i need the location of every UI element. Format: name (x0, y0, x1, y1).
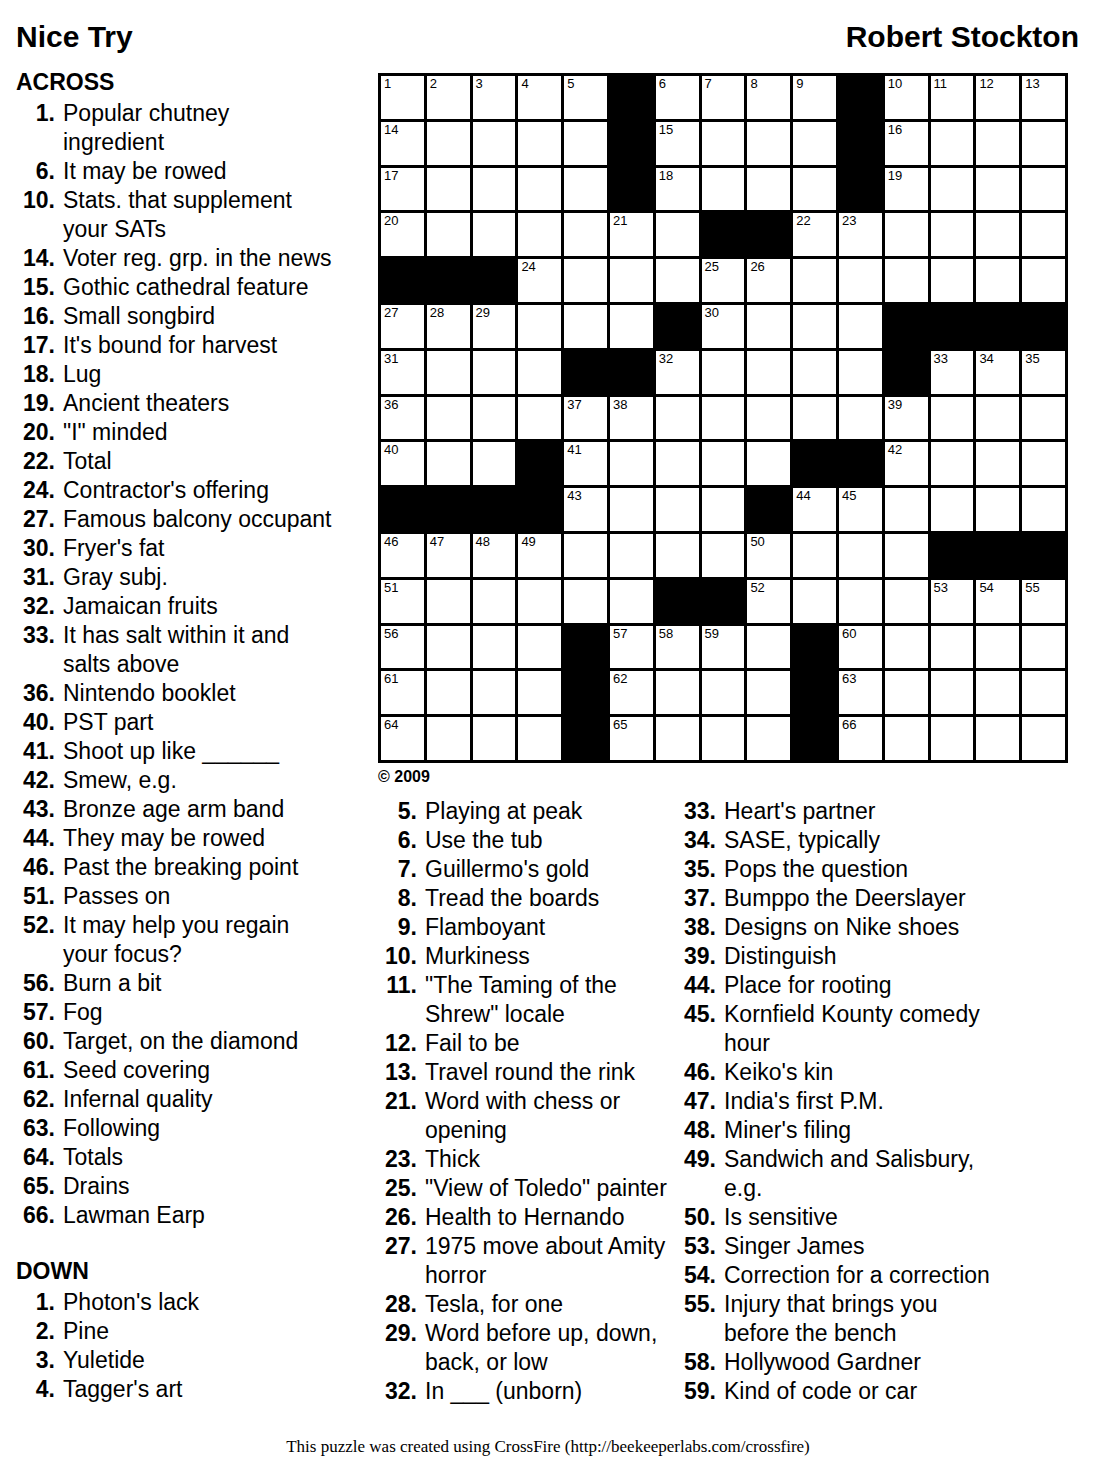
black-cell-r10c4 (518, 488, 561, 531)
down-clue-26: 26.Health to Hernando (378, 1203, 677, 1232)
cell-r15c11[interactable]: 66 (839, 717, 882, 760)
puzzle-author: Robert Stockton (846, 22, 1079, 52)
cell-r8c14[interactable] (976, 397, 1019, 440)
down-clue-59: 59.Kind of code or car (677, 1377, 999, 1406)
cell-number: 7 (705, 77, 712, 91)
cell-r6c4[interactable] (518, 305, 561, 348)
black-cell-r2c11 (839, 122, 882, 165)
across-clue-44: 44.They may be rowed (16, 824, 335, 853)
cell-r4c14[interactable] (976, 213, 1019, 256)
across-clue-10: 10.Stats. that supplement your SATs (16, 186, 335, 244)
clue-text: Bronze age arm band (63, 795, 335, 824)
cell-r7c15[interactable]: 35 (1022, 351, 1065, 394)
down-clue-39: 39.Distinguish (677, 942, 999, 971)
cell-r5c15[interactable] (1022, 259, 1065, 302)
clue-number: 28. (378, 1290, 425, 1319)
cell-r14c6[interactable]: 62 (610, 671, 653, 714)
cell-r11c11[interactable] (839, 534, 882, 577)
cell-r3c14[interactable] (976, 168, 1019, 211)
black-cell-r15c5 (564, 717, 607, 760)
cell-r11c8[interactable] (702, 534, 745, 577)
clue-number: 3. (16, 1346, 63, 1375)
cell-r9c9[interactable] (747, 442, 790, 485)
cell-number: 37 (567, 398, 581, 412)
cell-r14c15[interactable] (1022, 671, 1065, 714)
cell-number: 32 (659, 352, 673, 366)
cell-number: 20 (384, 214, 398, 228)
cell-r3c7[interactable]: 18 (656, 168, 699, 211)
clue-text: Gray subj. (63, 563, 335, 592)
cell-r9c3[interactable] (473, 442, 516, 485)
cell-r14c2[interactable] (427, 671, 470, 714)
clue-text: Word before up, down, back, or low (425, 1319, 677, 1377)
cell-r15c3[interactable] (473, 717, 516, 760)
cell-r10c7[interactable] (656, 488, 699, 531)
cell-r14c11[interactable]: 63 (839, 671, 882, 714)
cell-r6c10[interactable] (793, 305, 836, 348)
clue-number: 46. (677, 1058, 724, 1087)
cell-r3c2[interactable] (427, 168, 470, 211)
cell-r11c10[interactable] (793, 534, 836, 577)
down-clue-6: 6.Use the tub (378, 826, 677, 855)
cell-r6c5[interactable] (564, 305, 607, 348)
clue-number: 27. (16, 505, 63, 534)
clue-number: 53. (677, 1232, 724, 1261)
clue-text: Gothic cathedral feature (63, 273, 335, 302)
cell-r13c7[interactable]: 58 (656, 626, 699, 669)
cell-r12c5[interactable] (564, 580, 607, 623)
cell-r8c8[interactable] (702, 397, 745, 440)
cell-r14c1[interactable]: 61 (381, 671, 424, 714)
cell-r5c14[interactable] (976, 259, 1019, 302)
cell-r11c4[interactable]: 49 (518, 534, 561, 577)
cell-r10c8[interactable] (702, 488, 745, 531)
cell-r13c15[interactable] (1022, 626, 1065, 669)
cell-r7c9[interactable] (747, 351, 790, 394)
cell-r1c1[interactable]: 1 (381, 76, 424, 119)
clue-number: 10. (16, 186, 63, 215)
cell-r15c9[interactable] (747, 717, 790, 760)
cell-r1c12[interactable]: 10 (885, 76, 928, 119)
black-cell-r11c15 (1022, 534, 1065, 577)
cell-r10c14[interactable] (976, 488, 1019, 531)
cell-r7c13[interactable]: 33 (931, 351, 974, 394)
clue-number: 31. (16, 563, 63, 592)
cell-r10c5[interactable]: 43 (564, 488, 607, 531)
cell-r3c13[interactable] (931, 168, 974, 211)
cell-r11c12[interactable] (885, 534, 928, 577)
cell-r11c3[interactable]: 48 (473, 534, 516, 577)
cell-r15c4[interactable] (518, 717, 561, 760)
cell-r12c12[interactable] (885, 580, 928, 623)
cell-r13c11[interactable]: 60 (839, 626, 882, 669)
cell-r6c11[interactable] (839, 305, 882, 348)
cell-r9c15[interactable] (1022, 442, 1065, 485)
cell-r15c1[interactable]: 64 (381, 717, 424, 760)
cell-r15c13[interactable] (931, 717, 974, 760)
cell-r5c5[interactable] (564, 259, 607, 302)
clue-text: Designs on Nike shoes (724, 913, 999, 942)
clue-number: 51. (16, 882, 63, 911)
clue-text: PST part (63, 708, 335, 737)
down-clue-44: 44.Place for rooting (677, 971, 999, 1000)
cell-r8c13[interactable] (931, 397, 974, 440)
cell-r8c9[interactable] (747, 397, 790, 440)
cell-r4c13[interactable] (931, 213, 974, 256)
cell-r1c13[interactable]: 11 (931, 76, 974, 119)
cell-r2c15[interactable] (1022, 122, 1065, 165)
clue-text: It's bound for harvest (63, 331, 335, 360)
cell-r7c1[interactable]: 31 (381, 351, 424, 394)
cell-r15c12[interactable] (885, 717, 928, 760)
across-clue-46: 46.Past the breaking point (16, 853, 335, 882)
cell-r9c14[interactable] (976, 442, 1019, 485)
cell-r11c6[interactable] (610, 534, 653, 577)
clue-number: 10. (378, 942, 425, 971)
cell-r11c5[interactable] (564, 534, 607, 577)
cell-r4c5[interactable] (564, 213, 607, 256)
cell-r10c10[interactable]: 44 (793, 488, 836, 531)
cell-r4c10[interactable]: 22 (793, 213, 836, 256)
across-clue-63: 63.Following (16, 1114, 335, 1143)
cell-r9c6[interactable] (610, 442, 653, 485)
cell-r13c6[interactable]: 57 (610, 626, 653, 669)
across-clue-19: 19.Ancient theaters (16, 389, 335, 418)
cell-number: 22 (796, 214, 810, 228)
cell-r8c2[interactable] (427, 397, 470, 440)
down-clue-list-left: 1.Photon's lack2.Pine3.Yuletide4.Tagger'… (16, 1288, 335, 1404)
cell-r13c14[interactable] (976, 626, 1019, 669)
cell-number: 5 (567, 77, 574, 91)
clue-text: Correction for a correction (724, 1261, 999, 1290)
black-cell-r11c13 (931, 534, 974, 577)
cell-r3c8[interactable] (702, 168, 745, 211)
cell-r9c2[interactable] (427, 442, 470, 485)
black-cell-r6c7 (656, 305, 699, 348)
cell-r3c10[interactable] (793, 168, 836, 211)
cell-number: 43 (567, 489, 581, 503)
cell-number: 54 (979, 581, 993, 595)
clue-number: 1. (16, 99, 63, 128)
cell-r6c8[interactable]: 30 (702, 305, 745, 348)
cell-r8c15[interactable] (1022, 397, 1065, 440)
cell-r5c11[interactable] (839, 259, 882, 302)
cell-r2c3[interactable] (473, 122, 516, 165)
cell-r12c11[interactable] (839, 580, 882, 623)
cell-r14c12[interactable] (885, 671, 928, 714)
cell-r6c6[interactable] (610, 305, 653, 348)
cell-r2c9[interactable] (747, 122, 790, 165)
down-clue-11: 11."The Taming of the Shrew" locale (378, 971, 677, 1029)
cell-number: 24 (521, 260, 535, 274)
clue-number: 60. (16, 1027, 63, 1056)
across-clue-60: 60.Target, on the diamond (16, 1027, 335, 1056)
cell-r3c5[interactable] (564, 168, 607, 211)
clue-number: 42. (16, 766, 63, 795)
cell-r11c2[interactable]: 47 (427, 534, 470, 577)
down-clue-12: 12.Fail to be (378, 1029, 677, 1058)
cell-r12c14[interactable]: 54 (976, 580, 1019, 623)
clue-text: Pine (63, 1317, 335, 1346)
clue-number: 44. (677, 971, 724, 1000)
cell-r5c6[interactable] (610, 259, 653, 302)
cell-number: 4 (521, 77, 528, 91)
cell-r4c6[interactable]: 21 (610, 213, 653, 256)
cell-r1c7[interactable]: 6 (656, 76, 699, 119)
cell-r14c4[interactable] (518, 671, 561, 714)
clue-number: 13. (378, 1058, 425, 1087)
cell-r6c1[interactable]: 27 (381, 305, 424, 348)
clue-number: 23. (378, 1145, 425, 1174)
cell-r4c12[interactable] (885, 213, 928, 256)
cell-r9c13[interactable] (931, 442, 974, 485)
cell-number: 11 (934, 77, 948, 91)
clue-text: They may be rowed (63, 824, 335, 853)
cell-r12c1[interactable]: 51 (381, 580, 424, 623)
down-clue-49: 49.Sandwich and Salisbury, e.g. (677, 1145, 999, 1203)
cell-number: 60 (842, 627, 856, 641)
cell-r14c8[interactable] (702, 671, 745, 714)
cell-r4c3[interactable] (473, 213, 516, 256)
cell-r1c5[interactable]: 5 (564, 76, 607, 119)
clue-text: Burn a bit (63, 969, 335, 998)
clue-text: Yuletide (63, 1346, 335, 1375)
cell-r5c9[interactable]: 26 (747, 259, 790, 302)
clue-number: 33. (677, 797, 724, 826)
cell-r15c15[interactable] (1022, 717, 1065, 760)
cell-r10c13[interactable] (931, 488, 974, 531)
cell-r1c8[interactable]: 7 (702, 76, 745, 119)
down-clue-25: 25."View of Toledo" painter (378, 1174, 677, 1203)
black-cell-r7c6 (610, 351, 653, 394)
cell-r2c10[interactable] (793, 122, 836, 165)
cell-r8c10[interactable] (793, 397, 836, 440)
clue-number: 41. (16, 737, 63, 766)
cell-r7c11[interactable] (839, 351, 882, 394)
cell-number: 16 (888, 123, 902, 137)
cell-r13c12[interactable] (885, 626, 928, 669)
cell-r13c3[interactable] (473, 626, 516, 669)
clue-text: Photon's lack (63, 1288, 335, 1317)
cell-r2c7[interactable]: 15 (656, 122, 699, 165)
clue-text: Pops the question (724, 855, 999, 884)
cell-r9c7[interactable] (656, 442, 699, 485)
cell-number: 40 (384, 443, 398, 457)
down-clue-29: 29.Word before up, down, back, or low (378, 1319, 677, 1377)
clue-number: 57. (16, 998, 63, 1027)
cell-r15c8[interactable] (702, 717, 745, 760)
cell-r12c15[interactable]: 55 (1022, 580, 1065, 623)
cell-r12c4[interactable] (518, 580, 561, 623)
cell-r1c15[interactable]: 13 (1022, 76, 1065, 119)
cell-r12c3[interactable] (473, 580, 516, 623)
cell-r1c10[interactable]: 9 (793, 76, 836, 119)
clue-number: 26. (378, 1203, 425, 1232)
clue-text: Tesla, for one (425, 1290, 677, 1319)
cell-r10c11[interactable]: 45 (839, 488, 882, 531)
cell-r15c2[interactable] (427, 717, 470, 760)
clue-number: 59. (677, 1377, 724, 1406)
clue-number: 25. (378, 1174, 425, 1203)
cell-r14c13[interactable] (931, 671, 974, 714)
cell-number: 19 (888, 169, 902, 183)
cell-r15c7[interactable] (656, 717, 699, 760)
cell-r2c1[interactable]: 14 (381, 122, 424, 165)
cell-r5c12[interactable] (885, 259, 928, 302)
cell-r9c1[interactable]: 40 (381, 442, 424, 485)
down-clue-55: 55.Injury that brings you before the ben… (677, 1290, 999, 1348)
cell-number: 63 (842, 672, 856, 686)
cell-r8c6[interactable]: 38 (610, 397, 653, 440)
cell-r10c15[interactable] (1022, 488, 1065, 531)
cell-r7c10[interactable] (793, 351, 836, 394)
black-cell-r15c10 (793, 717, 836, 760)
clue-number: 49. (677, 1145, 724, 1174)
across-clue-42: 42.Smew, e.g. (16, 766, 335, 795)
cell-r13c4[interactable] (518, 626, 561, 669)
cell-r11c1[interactable]: 46 (381, 534, 424, 577)
cell-r3c1[interactable]: 17 (381, 168, 424, 211)
cell-r1c14[interactable]: 12 (976, 76, 1019, 119)
cell-r12c10[interactable] (793, 580, 836, 623)
down-clue-8: 8.Tread the boards (378, 884, 677, 913)
cell-r9c12[interactable]: 42 (885, 442, 928, 485)
clue-number: 37. (677, 884, 724, 913)
cell-r4c1[interactable]: 20 (381, 213, 424, 256)
cell-r9c5[interactable]: 41 (564, 442, 607, 485)
cell-r5c4[interactable]: 24 (518, 259, 561, 302)
cell-r7c7[interactable]: 32 (656, 351, 699, 394)
clue-number: 6. (16, 157, 63, 186)
clue-text: Kind of code or car (724, 1377, 999, 1406)
cell-r7c4[interactable] (518, 351, 561, 394)
cell-r8c7[interactable] (656, 397, 699, 440)
cell-r4c7[interactable] (656, 213, 699, 256)
cell-r7c14[interactable]: 34 (976, 351, 1019, 394)
cell-r1c2[interactable]: 2 (427, 76, 470, 119)
cell-number: 51 (384, 581, 398, 595)
cell-r2c13[interactable] (931, 122, 974, 165)
down-clue-1: 1.Photon's lack (16, 1288, 335, 1317)
cell-r2c2[interactable] (427, 122, 470, 165)
cell-r6c9[interactable] (747, 305, 790, 348)
cell-r8c1[interactable]: 36 (381, 397, 424, 440)
cell-r2c12[interactable]: 16 (885, 122, 928, 165)
cell-number: 44 (796, 489, 810, 503)
cell-r10c6[interactable] (610, 488, 653, 531)
black-cell-r10c1 (381, 488, 424, 531)
cell-r1c9[interactable]: 8 (747, 76, 790, 119)
cell-r3c12[interactable]: 19 (885, 168, 928, 211)
cell-r9c8[interactable] (702, 442, 745, 485)
down-clue-columns: 5.Playing at peak6.Use the tub7.Guillerm… (378, 797, 1080, 1406)
clue-text: Shoot up like ______ (63, 737, 335, 766)
cell-r13c8[interactable]: 59 (702, 626, 745, 669)
cell-r2c4[interactable] (518, 122, 561, 165)
cell-r12c9[interactable]: 52 (747, 580, 790, 623)
cell-r8c3[interactable] (473, 397, 516, 440)
cell-r8c4[interactable] (518, 397, 561, 440)
cell-r11c9[interactable]: 50 (747, 534, 790, 577)
cell-r4c4[interactable] (518, 213, 561, 256)
clue-number: 27. (378, 1232, 425, 1261)
cell-r3c9[interactable] (747, 168, 790, 211)
black-cell-r10c2 (427, 488, 470, 531)
cell-r14c3[interactable] (473, 671, 516, 714)
cell-r14c14[interactable] (976, 671, 1019, 714)
cell-r4c15[interactable] (1022, 213, 1065, 256)
cell-r13c13[interactable] (931, 626, 974, 669)
clue-number: 24. (16, 476, 63, 505)
cell-r12c13[interactable]: 53 (931, 580, 974, 623)
clue-text: Jamaican fruits (63, 592, 335, 621)
cell-r3c15[interactable] (1022, 168, 1065, 211)
down-clue-4: 4.Tagger's art (16, 1375, 335, 1404)
across-clue-33: 33.It has salt within it and salts above (16, 621, 335, 679)
clue-text: Passes on (63, 882, 335, 911)
cell-r11c7[interactable] (656, 534, 699, 577)
down-clue-37: 37.Bumppo the Deerslayer (677, 884, 999, 913)
cell-r3c3[interactable] (473, 168, 516, 211)
cell-r2c8[interactable] (702, 122, 745, 165)
cell-r4c2[interactable] (427, 213, 470, 256)
clue-text: Seed covering (63, 1056, 335, 1085)
clue-number: 36. (16, 679, 63, 708)
black-cell-r5c2 (427, 259, 470, 302)
across-clue-6: 6.It may be rowed (16, 157, 335, 186)
cell-r7c8[interactable] (702, 351, 745, 394)
cell-r8c5[interactable]: 37 (564, 397, 607, 440)
cell-r13c1[interactable]: 56 (381, 626, 424, 669)
cell-r13c2[interactable] (427, 626, 470, 669)
down-clue-10: 10.Murkiness (378, 942, 677, 971)
cell-r8c11[interactable] (839, 397, 882, 440)
cell-r2c14[interactable] (976, 122, 1019, 165)
across-clue-51: 51.Passes on (16, 882, 335, 911)
cell-r7c2[interactable] (427, 351, 470, 394)
cell-r3c4[interactable] (518, 168, 561, 211)
cell-r12c6[interactable] (610, 580, 653, 623)
black-cell-r5c1 (381, 259, 424, 302)
cell-r4c11[interactable]: 23 (839, 213, 882, 256)
cell-r5c7[interactable] (656, 259, 699, 302)
clue-text: Totals (63, 1143, 335, 1172)
cell-r5c8[interactable]: 25 (702, 259, 745, 302)
cell-r12c2[interactable] (427, 580, 470, 623)
cell-r10c12[interactable] (885, 488, 928, 531)
cell-r15c6[interactable]: 65 (610, 717, 653, 760)
black-cell-r9c11 (839, 442, 882, 485)
cell-r6c3[interactable]: 29 (473, 305, 516, 348)
cell-r6c2[interactable]: 28 (427, 305, 470, 348)
cell-r2c5[interactable] (564, 122, 607, 165)
cell-r1c3[interactable]: 3 (473, 76, 516, 119)
cell-number: 41 (567, 443, 581, 457)
cell-r5c13[interactable] (931, 259, 974, 302)
cell-r7c3[interactable] (473, 351, 516, 394)
cell-r13c9[interactable] (747, 626, 790, 669)
cell-r5c10[interactable] (793, 259, 836, 302)
cell-r14c9[interactable] (747, 671, 790, 714)
cell-r15c14[interactable] (976, 717, 1019, 760)
clue-text: Small songbird (63, 302, 335, 331)
cell-r8c12[interactable]: 39 (885, 397, 928, 440)
across-clue-27: 27.Famous balcony occupant (16, 505, 335, 534)
clue-text: Stats. that supplement your SATs (63, 186, 335, 244)
cell-r14c7[interactable] (656, 671, 699, 714)
cell-r1c4[interactable]: 4 (518, 76, 561, 119)
black-cell-r6c12 (885, 305, 928, 348)
